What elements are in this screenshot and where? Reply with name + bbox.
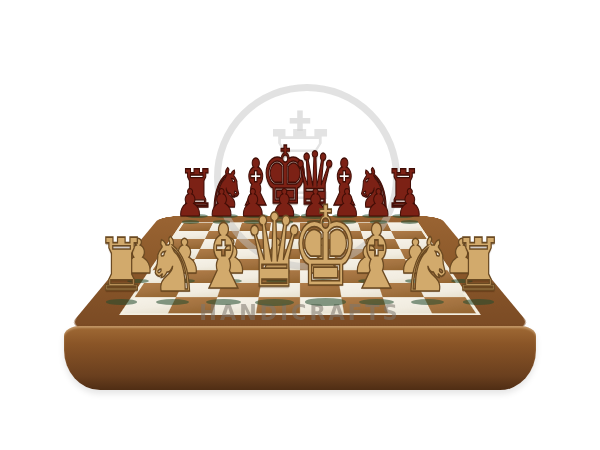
square-h4 (405, 259, 448, 270)
square-e4 (300, 259, 337, 270)
square-e6 (300, 239, 333, 248)
square-c4 (226, 259, 265, 270)
square-h7 (391, 231, 427, 240)
board-grid (119, 222, 481, 314)
square-e8 (300, 223, 330, 231)
square-a7 (173, 231, 209, 240)
square-b1 (168, 297, 217, 313)
square-a6 (167, 239, 205, 248)
square-a8 (179, 223, 213, 231)
square-a4 (152, 259, 195, 270)
watermark-rook-icon: ♖ (0, 118, 600, 214)
square-d2 (259, 283, 300, 297)
square-b7 (205, 231, 240, 240)
piece-black-rook-a8: ♜ (167, 164, 227, 216)
square-b8 (209, 223, 242, 231)
square-g3 (374, 270, 417, 283)
square-c5 (230, 249, 267, 259)
square-b6 (200, 239, 236, 248)
square-g4 (370, 259, 411, 270)
square-d5 (265, 249, 300, 259)
square-b3 (183, 270, 226, 283)
square-h5 (400, 249, 440, 259)
chess-board (65, 216, 535, 332)
square-b2 (176, 283, 222, 297)
square-f2 (339, 283, 383, 297)
piece-black-king-d8: ♚ (244, 137, 326, 216)
square-b5 (195, 249, 233, 259)
square-c6 (233, 239, 268, 248)
square-e2 (300, 283, 341, 297)
piece-black-bishop-c8: ♝ (222, 151, 289, 216)
square-c2 (217, 283, 261, 297)
square-h3 (411, 270, 456, 283)
square-f5 (333, 249, 370, 259)
square-c7 (237, 231, 270, 240)
square-f4 (335, 259, 374, 270)
square-d1 (256, 297, 300, 313)
square-e7 (300, 231, 332, 240)
square-c8 (239, 223, 271, 231)
square-a5 (160, 249, 200, 259)
square-f3 (337, 270, 378, 283)
square-c1 (212, 297, 259, 313)
piece-black-knight-g8: ♞ (341, 162, 406, 216)
square-d7 (268, 231, 300, 240)
piece-black-bishop-f8: ♝ (311, 151, 378, 216)
square-g7 (361, 231, 396, 240)
square-h2 (417, 283, 465, 297)
square-b4 (189, 259, 230, 270)
board-front-edge (64, 326, 536, 390)
square-h6 (395, 239, 433, 248)
square-h1 (424, 297, 476, 313)
square-h8 (387, 223, 421, 231)
square-d6 (267, 239, 300, 248)
square-g5 (367, 249, 405, 259)
square-g8 (358, 223, 391, 231)
square-f8 (329, 223, 361, 231)
product-photo-stage: ✚ ♖ HANDICRAFTS ♜♞♝♚♛♝♞♜♟♟♟♟♟♟♟♟♟♟♟♟♟♟♟♟… (0, 0, 600, 450)
square-d3 (261, 270, 300, 283)
square-f7 (330, 231, 363, 240)
square-d4 (263, 259, 300, 270)
square-c3 (222, 270, 263, 283)
piece-black-rook-h8: ♜ (373, 164, 433, 216)
watermark-cross-icon: ✚ (0, 108, 600, 136)
square-f6 (332, 239, 367, 248)
square-g6 (363, 239, 399, 248)
piece-black-queen-e8: ♛ (277, 143, 353, 216)
piece-black-knight-b8: ♞ (194, 162, 259, 216)
square-f1 (341, 297, 388, 313)
square-d8 (270, 223, 300, 231)
square-e5 (300, 249, 335, 259)
square-e1 (300, 297, 344, 313)
square-e3 (300, 270, 339, 283)
